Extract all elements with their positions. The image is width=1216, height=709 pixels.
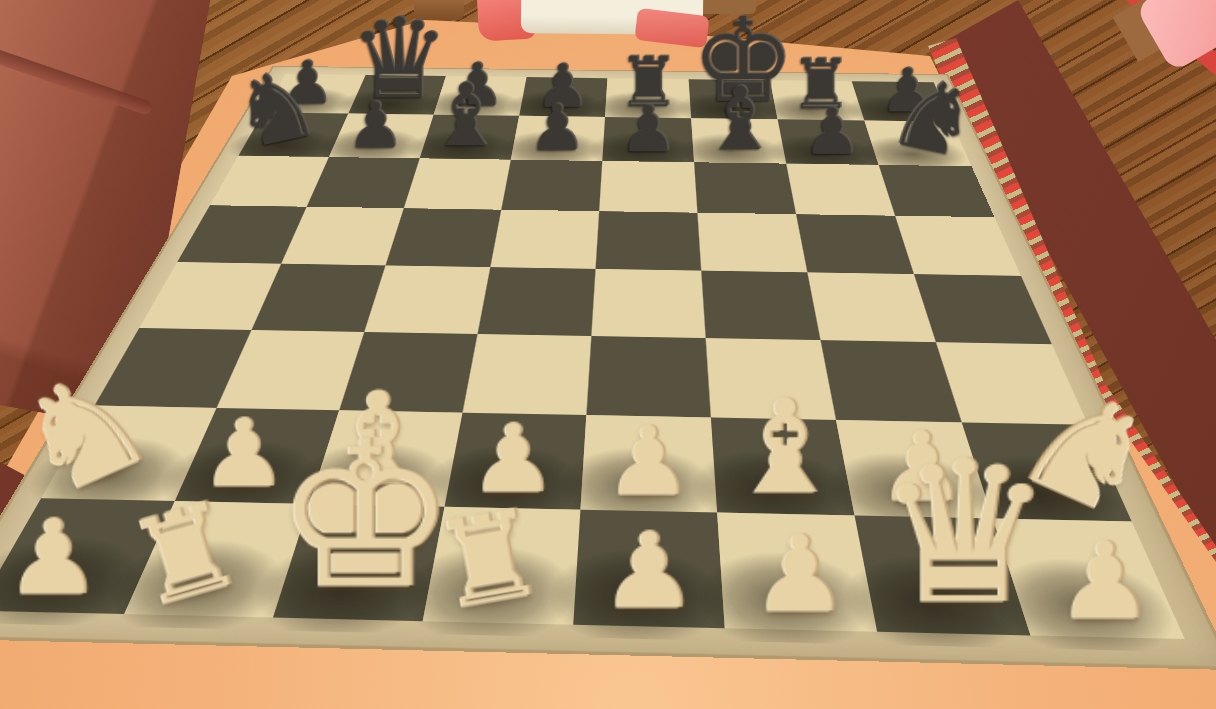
square-e2[interactable]: ♟: [580, 415, 717, 512]
scene: ♟♛♟♟♜♚♜♟♞♟♝♟♟♝♟♞♞♟♝♟♟♝♟♞♟♜♚♜♟♟♛♟: [0, 0, 1216, 709]
white-rook[interactable]: ♜: [98, 480, 273, 630]
square-f2[interactable]: ♝: [711, 418, 855, 516]
black-pawn[interactable]: ♟: [330, 95, 421, 155]
square-f4[interactable]: [701, 271, 820, 340]
white-pawn[interactable]: ♟: [724, 523, 875, 623]
square-g5[interactable]: [796, 214, 914, 274]
square-e7[interactable]: ♟: [602, 117, 694, 162]
square-h6[interactable]: [879, 165, 995, 217]
square-a5[interactable]: [177, 205, 306, 264]
square-a6[interactable]: [210, 156, 329, 207]
square-d1[interactable]: ♜: [423, 507, 581, 625]
square-g7[interactable]: ♟: [778, 119, 879, 165]
square-e6[interactable]: [599, 161, 697, 213]
square-e4[interactable]: [591, 269, 705, 338]
square-c7[interactable]: ♝: [420, 115, 520, 160]
white-bishop[interactable]: ♝: [717, 386, 853, 509]
white-pawn[interactable]: ♟: [581, 416, 717, 506]
black-knight[interactable]: ♞: [222, 56, 330, 163]
square-g1[interactable]: ♛: [855, 516, 1031, 636]
white-pawn[interactable]: ♟: [574, 520, 725, 620]
square-c6[interactable]: [404, 158, 511, 209]
white-rook[interactable]: ♜: [405, 491, 573, 629]
square-g6[interactable]: [786, 164, 895, 216]
square-h7[interactable]: ♞: [864, 120, 971, 166]
couch-cushion-seam: [0, 47, 154, 116]
square-c4[interactable]: [364, 265, 490, 334]
square-h4[interactable]: [914, 274, 1052, 344]
square-b7[interactable]: ♟: [329, 114, 434, 159]
square-e5[interactable]: [596, 211, 702, 270]
square-f6[interactable]: [694, 162, 796, 214]
square-d4[interactable]: [478, 267, 596, 336]
square-f7[interactable]: ♝: [691, 118, 786, 163]
black-bishop[interactable]: ♝: [420, 74, 511, 156]
square-d5[interactable]: [490, 210, 599, 269]
black-pawn[interactable]: ♟: [511, 97, 602, 158]
white-pawn[interactable]: ♟: [1029, 530, 1181, 631]
square-f1[interactable]: ♟: [717, 513, 877, 632]
square-c5[interactable]: [386, 208, 502, 267]
square-d7[interactable]: ♟: [511, 116, 605, 161]
square-d6[interactable]: [501, 160, 602, 211]
black-bishop[interactable]: ♝: [694, 78, 786, 161]
square-e1[interactable]: ♟: [573, 510, 724, 629]
black-pawn[interactable]: ♟: [602, 98, 693, 159]
square-h5[interactable]: [895, 216, 1021, 276]
square-b4[interactable]: [251, 264, 385, 332]
black-pawn[interactable]: ♟: [786, 101, 878, 162]
square-f5[interactable]: [697, 213, 807, 273]
black-knight[interactable]: ♞: [879, 64, 988, 173]
white-queen[interactable]: ♛: [876, 440, 1028, 627]
white-king[interactable]: ♚: [274, 421, 424, 613]
